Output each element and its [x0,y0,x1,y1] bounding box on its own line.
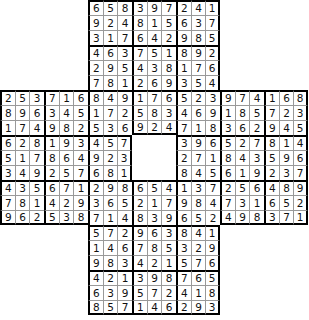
cell-r7c13[interactable]: 5 [176,90,191,105]
outside-area [73,0,88,15]
cell-r9c21[interactable]: 5 [293,120,308,135]
cell-r11c4[interactable]: 8 [44,150,59,165]
cell-r18c7[interactable]: 9 [88,255,103,270]
cell-r18c8[interactable]: 8 [103,255,118,270]
cell-r19c10[interactable]: 3 [132,270,147,285]
cell-r19c8[interactable]: 2 [103,270,118,285]
cell-r14c3[interactable]: 1 [29,195,44,210]
cell-r17c10[interactable]: 7 [132,240,147,255]
cell-r13c14[interactable]: 3 [191,180,206,195]
outside-area [249,270,264,285]
cell-r6c14[interactable]: 5 [191,75,206,90]
cell-r7c5[interactable]: 1 [59,90,74,105]
cell-r21c15[interactable]: 3 [205,300,220,315]
cell-r11c15[interactable]: 1 [205,150,220,165]
cell-r17c15[interactable]: 9 [205,240,220,255]
cell-r13c15[interactable]: 7 [205,180,220,195]
cell-r7c6[interactable]: 6 [73,90,88,105]
cell-r15c9[interactable]: 4 [117,210,132,225]
cell-r10c1[interactable]: 6 [0,135,15,150]
cell-r15c6[interactable]: 8 [73,210,88,225]
cell-r4c11[interactable]: 5 [147,45,162,60]
cell-r9c2[interactable]: 7 [15,120,30,135]
cell-r10c8[interactable]: 5 [103,135,118,150]
cell-r3c13[interactable]: 9 [176,30,191,45]
cell-r14c19[interactable]: 6 [264,195,279,210]
cell-r3c8[interactable]: 1 [103,30,118,45]
cell-r15c17[interactable]: 9 [235,210,250,225]
cell-r1c8[interactable]: 5 [103,0,118,15]
cell-r10c5[interactable]: 9 [59,135,74,150]
cell-r20c11[interactable]: 7 [147,285,162,300]
outside-area [73,75,88,90]
cell-r7c8[interactable]: 4 [103,90,118,105]
cell-r16c12[interactable]: 3 [161,225,176,240]
cell-r15c12[interactable]: 9 [161,210,176,225]
cell-r11c21[interactable]: 6 [293,150,308,165]
cell-r15c14[interactable]: 5 [191,210,206,225]
cell-r19c12[interactable]: 8 [161,270,176,285]
cell-r9c13[interactable]: 7 [176,120,191,135]
cell-r16c15[interactable]: 1 [205,225,220,240]
cell-r6c9[interactable]: 1 [117,75,132,90]
cell-r7c18[interactable]: 4 [249,90,264,105]
cell-r20c9[interactable]: 9 [117,285,132,300]
cell-r9c19[interactable]: 9 [264,120,279,135]
cell-r10c7[interactable]: 4 [88,135,103,150]
cell-r15c10[interactable]: 8 [132,210,147,225]
cell-r10c18[interactable]: 7 [249,135,264,150]
cell-r13c12[interactable]: 4 [161,180,176,195]
cell-r13c8[interactable]: 9 [103,180,118,195]
cell-r16c11[interactable]: 6 [147,225,162,240]
cell-r9c9[interactable]: 6 [117,120,132,135]
cell-r5c15[interactable]: 6 [205,60,220,75]
cell-r5c7[interactable]: 2 [88,60,103,75]
cell-r15c16[interactable]: 4 [220,210,235,225]
cell-r7c4[interactable]: 7 [44,90,59,105]
cell-r12c16[interactable]: 6 [220,165,235,180]
cell-r10c16[interactable]: 5 [220,135,235,150]
cell-r14c20[interactable]: 5 [279,195,294,210]
cell-r13c13[interactable]: 1 [176,180,191,195]
outside-area [264,300,279,315]
cell-r2c13[interactable]: 6 [176,15,191,30]
cell-r2c10[interactable]: 8 [132,15,147,30]
cell-r9c11[interactable]: 2 [147,120,162,135]
cell-r5c12[interactable]: 8 [161,60,176,75]
cell-r10c14[interactable]: 9 [191,135,206,150]
cell-r14c18[interactable]: 1 [249,195,264,210]
cell-r14c1[interactable]: 7 [0,195,15,210]
cell-r13c11[interactable]: 5 [147,180,162,195]
cell-r2c7[interactable]: 9 [88,15,103,30]
cell-r6c10[interactable]: 2 [132,75,147,90]
cell-r14c12[interactable]: 7 [161,195,176,210]
cell-r8c4[interactable]: 3 [44,105,59,120]
cell-r8c21[interactable]: 3 [293,105,308,120]
cell-r15c7[interactable]: 7 [88,210,103,225]
cell-r1c14[interactable]: 4 [191,0,206,15]
cell-r16c8[interactable]: 7 [103,225,118,240]
cell-r5c8[interactable]: 9 [103,60,118,75]
cell-r21c9[interactable]: 7 [117,300,132,315]
cell-r17c12[interactable]: 5 [161,240,176,255]
outside-area [44,300,59,315]
cell-r7c15[interactable]: 3 [205,90,220,105]
cell-r12c21[interactable]: 7 [293,165,308,180]
cell-r13c10[interactable]: 6 [132,180,147,195]
cell-r8c18[interactable]: 5 [249,105,264,120]
cell-r18c9[interactable]: 3 [117,255,132,270]
cell-r2c8[interactable]: 2 [103,15,118,30]
cell-r9c18[interactable]: 2 [249,120,264,135]
cell-r15c11[interactable]: 3 [147,210,162,225]
cell-r10c19[interactable]: 8 [264,135,279,150]
cell-r7c16[interactable]: 9 [220,90,235,105]
cell-r14c16[interactable]: 7 [220,195,235,210]
cell-r9c10[interactable]: 9 [132,120,147,135]
cell-r12c13[interactable]: 8 [176,165,191,180]
cell-r15c18[interactable]: 8 [249,210,264,225]
cell-r11c19[interactable]: 5 [264,150,279,165]
cell-r11c1[interactable]: 5 [0,150,15,165]
cell-r3c15[interactable]: 5 [205,30,220,45]
cell-r12c6[interactable]: 7 [73,165,88,180]
cell-r8c12[interactable]: 3 [161,105,176,120]
cell-r8c9[interactable]: 2 [117,105,132,120]
cell-r7c7[interactable]: 8 [88,90,103,105]
cell-r12c1[interactable]: 3 [0,165,15,180]
cell-r9c12[interactable]: 4 [161,120,176,135]
cell-r3c14[interactable]: 8 [191,30,206,45]
cell-r17c13[interactable]: 3 [176,240,191,255]
cell-r8c3[interactable]: 6 [29,105,44,120]
outside-area [293,225,308,240]
cell-r17c9[interactable]: 6 [117,240,132,255]
cell-r20c10[interactable]: 5 [132,285,147,300]
cell-r7c3[interactable]: 3 [29,90,44,105]
cell-r17c8[interactable]: 4 [103,240,118,255]
cell-r14c15[interactable]: 4 [205,195,220,210]
outside-area [73,255,88,270]
cell-r21c14[interactable]: 9 [191,300,206,315]
cell-r10c6[interactable]: 3 [73,135,88,150]
cell-r4c8[interactable]: 6 [103,45,118,60]
cell-r15c2[interactable]: 6 [15,210,30,225]
cell-r4c7[interactable]: 4 [88,45,103,60]
cell-r9c3[interactable]: 4 [29,120,44,135]
cell-r1c11[interactable]: 9 [147,0,162,15]
cell-r8c20[interactable]: 2 [279,105,294,120]
cell-r3c10[interactable]: 6 [132,30,147,45]
cell-r15c19[interactable]: 3 [264,210,279,225]
cell-r20c13[interactable]: 4 [176,285,191,300]
cell-r5c14[interactable]: 7 [191,60,206,75]
cell-r13c7[interactable]: 2 [88,180,103,195]
cell-r21c10[interactable]: 1 [132,300,147,315]
cell-r7c20[interactable]: 6 [279,90,294,105]
cell-r4c12[interactable]: 1 [161,45,176,60]
cell-r13c17[interactable]: 5 [235,180,250,195]
cell-r10c20[interactable]: 1 [279,135,294,150]
cell-r9c1[interactable]: 1 [0,120,15,135]
cell-r8c16[interactable]: 1 [220,105,235,120]
cell-r6c8[interactable]: 8 [103,75,118,90]
cell-r12c18[interactable]: 9 [249,165,264,180]
cell-r19c11[interactable]: 9 [147,270,162,285]
cell-r5c10[interactable]: 4 [132,60,147,75]
cell-r13c21[interactable]: 9 [293,180,308,195]
cell-r15c15[interactable]: 2 [205,210,220,225]
cell-r11c8[interactable]: 2 [103,150,118,165]
cell-r1c10[interactable]: 3 [132,0,147,15]
cell-r8c17[interactable]: 8 [235,105,250,120]
cell-r11c14[interactable]: 7 [191,150,206,165]
cell-r14c21[interactable]: 2 [293,195,308,210]
cell-r15c13[interactable]: 6 [176,210,191,225]
cell-r14c8[interactable]: 6 [103,195,118,210]
cell-r19c9[interactable]: 1 [117,270,132,285]
cell-r6c7[interactable]: 7 [88,75,103,90]
cell-r6c11[interactable]: 6 [147,75,162,90]
cell-r11c18[interactable]: 3 [249,150,264,165]
cell-r13c18[interactable]: 6 [249,180,264,195]
cell-r10c21[interactable]: 4 [293,135,308,150]
cell-r7c12[interactable]: 6 [161,90,176,105]
cell-r18c12[interactable]: 1 [161,255,176,270]
cell-r14c11[interactable]: 1 [147,195,162,210]
cell-r2c14[interactable]: 3 [191,15,206,30]
cell-r10c13[interactable]: 3 [176,135,191,150]
cell-r8c1[interactable]: 8 [0,105,15,120]
cell-r10c15[interactable]: 6 [205,135,220,150]
cell-r11c7[interactable]: 9 [88,150,103,165]
cell-r14c13[interactable]: 9 [176,195,191,210]
outside-area [29,300,44,315]
cell-r2c9[interactable]: 4 [117,15,132,30]
cell-r17c14[interactable]: 2 [191,240,206,255]
cell-r14c7[interactable]: 3 [88,195,103,210]
cell-r7c10[interactable]: 1 [132,90,147,105]
cell-r13c9[interactable]: 8 [117,180,132,195]
cell-r14c9[interactable]: 5 [117,195,132,210]
cell-r7c1[interactable]: 2 [0,90,15,105]
cell-r13c5[interactable]: 7 [59,180,74,195]
cell-r9c20[interactable]: 4 [279,120,294,135]
cell-r8c11[interactable]: 8 [147,105,162,120]
cell-r8c15[interactable]: 9 [205,105,220,120]
cell-r12c14[interactable]: 4 [191,165,206,180]
cell-r21c11[interactable]: 4 [147,300,162,315]
cell-r7c2[interactable]: 5 [15,90,30,105]
cell-r16c13[interactable]: 8 [176,225,191,240]
cell-r11c2[interactable]: 1 [15,150,30,165]
cell-r2c15[interactable]: 7 [205,15,220,30]
cell-r9c4[interactable]: 9 [44,120,59,135]
cell-r12c2[interactable]: 4 [15,165,30,180]
cell-r4c9[interactable]: 3 [117,45,132,60]
outside-area [59,75,74,90]
cell-r9c15[interactable]: 8 [205,120,220,135]
cell-r18c10[interactable]: 4 [132,255,147,270]
cell-r10c2[interactable]: 2 [15,135,30,150]
cell-r11c3[interactable]: 7 [29,150,44,165]
cell-r13c19[interactable]: 4 [264,180,279,195]
cell-r10c17[interactable]: 2 [235,135,250,150]
cell-r13c3[interactable]: 5 [29,180,44,195]
cell-r15c20[interactable]: 7 [279,210,294,225]
cell-r20c14[interactable]: 1 [191,285,206,300]
cell-r8c6[interactable]: 5 [73,105,88,120]
cell-r5c9[interactable]: 5 [117,60,132,75]
cell-r4c15[interactable]: 2 [205,45,220,60]
cell-r4c13[interactable]: 8 [176,45,191,60]
cell-r12c7[interactable]: 6 [88,165,103,180]
cell-r19c13[interactable]: 7 [176,270,191,285]
cell-r9c16[interactable]: 3 [220,120,235,135]
cell-r8c10[interactable]: 5 [132,105,147,120]
cell-r9c14[interactable]: 1 [191,120,206,135]
cell-r7c19[interactable]: 1 [264,90,279,105]
cell-r18c15[interactable]: 6 [205,255,220,270]
cell-r13c2[interactable]: 3 [15,180,30,195]
cell-r14c5[interactable]: 2 [59,195,74,210]
cell-r5c13[interactable]: 1 [176,60,191,75]
cell-r8c19[interactable]: 7 [264,105,279,120]
cell-r12c20[interactable]: 3 [279,165,294,180]
cell-r11c5[interactable]: 6 [59,150,74,165]
cell-r20c12[interactable]: 2 [161,285,176,300]
cell-r12c4[interactable]: 2 [44,165,59,180]
cell-r12c15[interactable]: 5 [205,165,220,180]
cell-r12c5[interactable]: 5 [59,165,74,180]
cell-r7c9[interactable]: 9 [117,90,132,105]
cell-r3c12[interactable]: 2 [161,30,176,45]
cell-r16c14[interactable]: 4 [191,225,206,240]
cell-r7c21[interactable]: 8 [293,90,308,105]
cell-r15c4[interactable]: 5 [44,210,59,225]
outside-area [0,270,15,285]
cell-r12c9[interactable]: 1 [117,165,132,180]
cell-r2c11[interactable]: 1 [147,15,162,30]
outside-area [220,30,235,45]
cell-r13c4[interactable]: 6 [44,180,59,195]
cell-r4c10[interactable]: 7 [132,45,147,60]
cell-r7c14[interactable]: 2 [191,90,206,105]
cell-r4c14[interactable]: 9 [191,45,206,60]
cell-r16c7[interactable]: 5 [88,225,103,240]
cell-r1c7[interactable]: 6 [88,0,103,15]
cell-r7c17[interactable]: 7 [235,90,250,105]
cell-r14c4[interactable]: 4 [44,195,59,210]
cell-r14c10[interactable]: 2 [132,195,147,210]
cell-r12c3[interactable]: 9 [29,165,44,180]
cell-r9c17[interactable]: 6 [235,120,250,135]
cell-r9c5[interactable]: 8 [59,120,74,135]
cell-r17c11[interactable]: 8 [147,240,162,255]
cell-r2c12[interactable]: 5 [161,15,176,30]
cell-r21c12[interactable]: 6 [161,300,176,315]
cell-r1c13[interactable]: 2 [176,0,191,15]
cell-r13c16[interactable]: 2 [220,180,235,195]
cell-r20c7[interactable]: 6 [88,285,103,300]
cell-r16c9[interactable]: 2 [117,225,132,240]
cell-r10c9[interactable]: 7 [117,135,132,150]
cell-r9c8[interactable]: 3 [103,120,118,135]
cell-r12c19[interactable]: 2 [264,165,279,180]
cell-r1c15[interactable]: 1 [205,0,220,15]
cell-r14c17[interactable]: 3 [235,195,250,210]
cell-r19c15[interactable]: 5 [205,270,220,285]
cell-r14c14[interactable]: 8 [191,195,206,210]
cell-r15c5[interactable]: 3 [59,210,74,225]
cell-r14c2[interactable]: 8 [15,195,30,210]
cell-r19c14[interactable]: 6 [191,270,206,285]
cell-r3c7[interactable]: 3 [88,30,103,45]
cell-r15c1[interactable]: 9 [0,210,15,225]
cell-r21c13[interactable]: 2 [176,300,191,315]
cell-r3c11[interactable]: 4 [147,30,162,45]
cell-r15c3[interactable]: 2 [29,210,44,225]
cell-r21c8[interactable]: 5 [103,300,118,315]
cell-r18c14[interactable]: 7 [191,255,206,270]
cell-r6c13[interactable]: 3 [176,75,191,90]
cell-r8c8[interactable]: 7 [103,105,118,120]
cell-r11c9[interactable]: 3 [117,150,132,165]
cell-r17c7[interactable]: 1 [88,240,103,255]
cell-r11c6[interactable]: 4 [73,150,88,165]
cell-r15c8[interactable]: 1 [103,210,118,225]
cell-r9c6[interactable]: 2 [73,120,88,135]
cell-r10c3[interactable]: 8 [29,135,44,150]
cell-r13c20[interactable]: 8 [279,180,294,195]
cell-r8c14[interactable]: 6 [191,105,206,120]
cell-r8c13[interactable]: 4 [176,105,191,120]
cell-r12c17[interactable]: 1 [235,165,250,180]
cell-r7c11[interactable]: 7 [147,90,162,105]
cell-r1c9[interactable]: 8 [117,0,132,15]
cell-r9c7[interactable]: 5 [88,120,103,135]
cell-r14c6[interactable]: 9 [73,195,88,210]
cell-r3c9[interactable]: 7 [117,30,132,45]
cell-r19c7[interactable]: 4 [88,270,103,285]
cell-r11c20[interactable]: 9 [279,150,294,165]
cell-r8c2[interactable]: 9 [15,105,30,120]
cell-r13c1[interactable]: 4 [0,180,15,195]
cell-r12c8[interactable]: 8 [103,165,118,180]
cell-r20c15[interactable]: 8 [205,285,220,300]
cell-r8c5[interactable]: 4 [59,105,74,120]
cell-r10c4[interactable]: 1 [44,135,59,150]
cell-r18c13[interactable]: 5 [176,255,191,270]
cell-r15c21[interactable]: 1 [293,210,308,225]
cell-r6c15[interactable]: 4 [205,75,220,90]
cell-r11c17[interactable]: 4 [235,150,250,165]
outside-area [15,300,30,315]
cell-r16c10[interactable]: 9 [132,225,147,240]
cell-r1c12[interactable]: 7 [161,0,176,15]
cell-r13c6[interactable]: 1 [73,180,88,195]
cell-r11c13[interactable]: 2 [176,150,191,165]
cell-r6c12[interactable]: 9 [161,75,176,90]
cell-r5c11[interactable]: 3 [147,60,162,75]
cell-r18c11[interactable]: 2 [147,255,162,270]
cell-r21c7[interactable]: 8 [88,300,103,315]
cell-r20c8[interactable]: 3 [103,285,118,300]
cell-r11c16[interactable]: 8 [220,150,235,165]
cell-r8c7[interactable]: 1 [88,105,103,120]
